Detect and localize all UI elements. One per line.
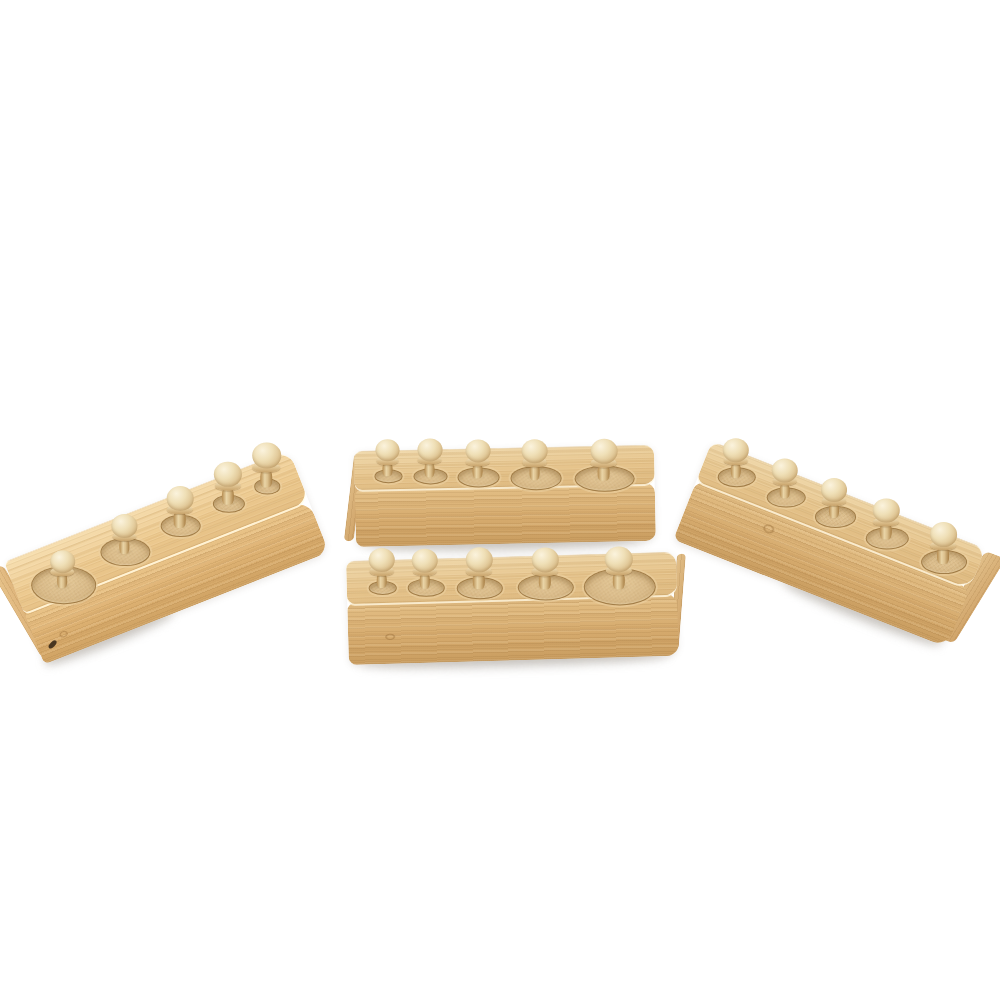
cylinder-knob	[410, 548, 439, 588]
cylinder-knob	[48, 550, 75, 589]
knob-ball	[167, 486, 194, 511]
knob-ball	[929, 522, 956, 547]
knob-ball	[872, 498, 899, 523]
cylinder-knob	[374, 440, 400, 477]
knob-ball	[112, 514, 138, 538]
cylinder-knob	[464, 548, 494, 590]
cylinder-knob	[212, 462, 243, 505]
cylinder-knob	[871, 498, 901, 540]
cylinder-knob	[589, 439, 619, 481]
knob-ball	[252, 442, 281, 469]
cylinder-block-upper-middle	[354, 445, 656, 547]
cylinder-knob	[722, 438, 751, 478]
knob-ball	[368, 548, 394, 572]
knob-ball	[605, 546, 633, 572]
knob-ball	[821, 478, 847, 502]
cylinder-knob	[110, 514, 139, 554]
knob-ball	[723, 438, 749, 462]
knob-ball	[772, 459, 798, 483]
cylinder-knob	[820, 478, 849, 518]
cylinder-knob	[604, 546, 635, 589]
knob-ball	[531, 547, 558, 572]
cylinder-knob	[928, 522, 958, 564]
knob-ball	[590, 439, 617, 464]
knob-ball	[213, 462, 241, 488]
knob-ball	[465, 440, 490, 463]
cylinder-block-left	[4, 450, 329, 664]
cylinder-knob	[530, 547, 560, 589]
cylinder-block-lower-middle	[346, 552, 679, 665]
cylinder-knob	[416, 438, 444, 477]
cylinder-knob	[520, 439, 549, 479]
cylinder-knob	[771, 459, 800, 499]
cylinder-knob	[251, 442, 283, 487]
knob-ball	[417, 438, 442, 461]
block-front-face	[355, 483, 656, 547]
photo-canvas	[0, 0, 1000, 1001]
knob-ball	[411, 548, 437, 572]
cylinder-knob	[464, 440, 492, 479]
knob-ball	[465, 548, 492, 573]
cylinder-knob	[165, 486, 195, 528]
cylinder-block-right	[673, 441, 985, 647]
knob-ball	[50, 550, 75, 573]
knob-ball	[522, 439, 548, 463]
cylinder-knob	[367, 548, 396, 588]
